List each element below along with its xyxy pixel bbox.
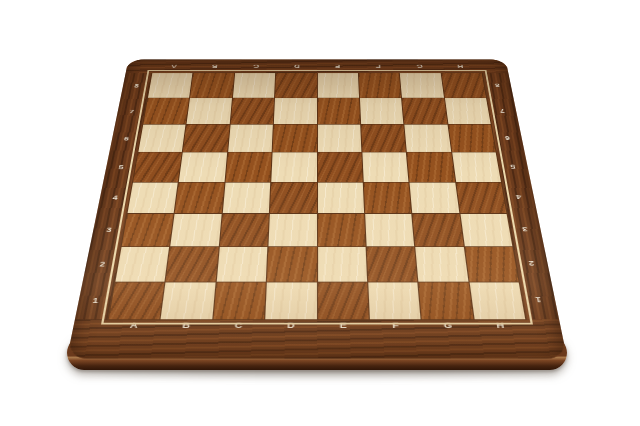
square-h6 bbox=[448, 125, 495, 152]
square-e1 bbox=[318, 282, 369, 319]
square-c1 bbox=[213, 282, 266, 319]
square-b2 bbox=[166, 247, 219, 282]
file-label-bottom-c: C bbox=[209, 319, 265, 358]
square-f1 bbox=[368, 282, 421, 319]
rank-label-right-1: 1 bbox=[519, 282, 559, 320]
chess-board: 87654321 87654321 ABCDEFGH ABCDEFGH bbox=[67, 59, 567, 358]
square-d5 bbox=[271, 153, 316, 182]
file-label-bottom-b: B bbox=[156, 319, 213, 358]
square-e8 bbox=[317, 73, 358, 97]
file-label-top-a: A bbox=[152, 59, 195, 73]
square-a8 bbox=[148, 73, 193, 97]
square-a3 bbox=[122, 214, 174, 247]
product-photo-scene: 87654321 87654321 ABCDEFGH ABCDEFGH bbox=[0, 0, 640, 426]
square-f5 bbox=[362, 153, 408, 182]
file-label-bottom-f: F bbox=[369, 319, 425, 358]
file-label-bottom-a: A bbox=[102, 319, 161, 358]
file-label-top-d: D bbox=[276, 59, 317, 73]
rank-label-right-4: 4 bbox=[501, 182, 537, 213]
square-a4 bbox=[128, 182, 179, 213]
square-g4 bbox=[410, 182, 459, 213]
square-h2 bbox=[464, 247, 518, 282]
square-g5 bbox=[407, 153, 455, 182]
square-d8 bbox=[275, 73, 316, 97]
square-g6 bbox=[405, 125, 451, 152]
square-a6 bbox=[138, 125, 185, 152]
square-b3 bbox=[171, 214, 222, 247]
square-c5 bbox=[225, 153, 271, 182]
file-label-bottom-g: G bbox=[421, 319, 478, 358]
square-f4 bbox=[364, 182, 412, 213]
file-label-top-c: C bbox=[235, 59, 277, 73]
square-b1 bbox=[161, 282, 215, 319]
square-e7 bbox=[317, 98, 360, 124]
square-h7 bbox=[445, 98, 491, 124]
square-e6 bbox=[317, 125, 361, 152]
square-c3 bbox=[220, 214, 269, 247]
square-c2 bbox=[216, 247, 267, 282]
square-h4 bbox=[456, 182, 507, 213]
playing-field bbox=[109, 73, 526, 319]
square-d4 bbox=[270, 182, 316, 213]
square-g2 bbox=[416, 247, 469, 282]
square-c6 bbox=[228, 125, 273, 152]
square-g7 bbox=[402, 98, 447, 124]
square-c8 bbox=[233, 73, 276, 97]
file-labels-bottom: ABCDEFGH bbox=[67, 319, 567, 358]
rank-label-right-3: 3 bbox=[506, 213, 544, 246]
rank-label-right-5: 5 bbox=[496, 152, 531, 181]
square-a5 bbox=[133, 153, 182, 182]
square-d7 bbox=[274, 98, 317, 124]
file-label-bottom-h: H bbox=[473, 319, 532, 358]
square-a2 bbox=[115, 247, 169, 282]
rank-label-right-7: 7 bbox=[486, 98, 519, 124]
square-h1 bbox=[469, 282, 525, 319]
square-b8 bbox=[190, 73, 234, 97]
square-g1 bbox=[419, 282, 473, 319]
square-d1 bbox=[265, 282, 316, 319]
file-label-top-g: G bbox=[398, 59, 440, 73]
square-d6 bbox=[273, 125, 317, 152]
square-e2 bbox=[318, 247, 367, 282]
square-d2 bbox=[267, 247, 316, 282]
square-e5 bbox=[317, 153, 362, 182]
square-f7 bbox=[360, 98, 404, 124]
file-labels-top: ABCDEFGH bbox=[126, 59, 509, 73]
square-b4 bbox=[175, 182, 224, 213]
square-b5 bbox=[179, 153, 227, 182]
square-h5 bbox=[452, 153, 501, 182]
file-label-top-b: B bbox=[193, 59, 235, 73]
square-f2 bbox=[367, 247, 418, 282]
square-e4 bbox=[317, 182, 363, 213]
square-b6 bbox=[183, 125, 229, 152]
file-label-top-e: E bbox=[317, 59, 358, 73]
square-g8 bbox=[400, 73, 444, 97]
square-g3 bbox=[413, 214, 464, 247]
file-label-top-f: F bbox=[358, 59, 400, 73]
square-c7 bbox=[230, 98, 274, 124]
square-a7 bbox=[143, 98, 189, 124]
file-label-bottom-d: D bbox=[263, 319, 317, 358]
square-h8 bbox=[441, 73, 486, 97]
file-label-bottom-e: E bbox=[317, 319, 371, 358]
rank-label-right-2: 2 bbox=[512, 246, 551, 281]
rank-label-right-8: 8 bbox=[482, 73, 514, 98]
square-f8 bbox=[359, 73, 402, 97]
square-e3 bbox=[318, 214, 366, 247]
square-d3 bbox=[269, 214, 317, 247]
rank-label-right-6: 6 bbox=[491, 125, 525, 153]
square-h3 bbox=[460, 214, 512, 247]
square-f6 bbox=[361, 125, 406, 152]
square-f3 bbox=[365, 214, 414, 247]
file-label-top-h: H bbox=[439, 59, 482, 73]
square-b7 bbox=[187, 98, 232, 124]
square-c4 bbox=[223, 182, 271, 213]
square-a1 bbox=[109, 282, 165, 319]
